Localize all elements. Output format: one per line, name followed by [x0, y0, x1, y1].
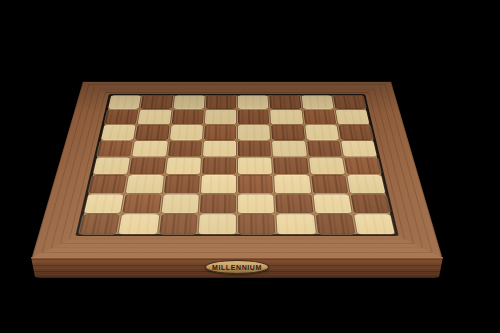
square-e7: [238, 110, 269, 124]
square-d3: [201, 175, 236, 193]
scene: MILLENNIUM: [0, 0, 500, 333]
square-f6: [271, 125, 304, 140]
square-c7: [171, 110, 203, 124]
square-g8: [301, 95, 333, 108]
square-f4: [273, 157, 308, 174]
brand-badge-text: MILLENNIUM: [212, 264, 262, 270]
square-d4: [202, 157, 236, 174]
board-grid: [79, 95, 395, 234]
square-h5: [341, 141, 377, 157]
brand-badge: MILLENNIUM: [205, 260, 269, 274]
square-f5: [272, 141, 306, 157]
chess-board: [32, 82, 442, 258]
square-g7: [303, 110, 336, 124]
square-a3: [89, 175, 127, 193]
square-d7: [205, 110, 236, 124]
square-b1: [119, 214, 159, 234]
square-d6: [204, 125, 236, 140]
square-b3: [126, 175, 163, 193]
square-a7: [105, 110, 139, 124]
square-f7: [270, 110, 302, 124]
square-c8: [173, 95, 204, 108]
square-h6: [338, 125, 373, 140]
chess-board-3d: [32, 82, 442, 258]
square-a8: [108, 95, 141, 108]
square-a1: [79, 214, 120, 234]
square-g1: [315, 214, 355, 234]
square-h2: [350, 194, 390, 213]
square-e5: [238, 141, 271, 157]
square-e1: [238, 214, 276, 234]
board-frame-bottom: [32, 234, 442, 257]
square-f3: [274, 175, 310, 193]
square-c4: [166, 157, 201, 174]
board-front-edge: MILLENNIUM: [31, 257, 443, 278]
square-b2: [123, 194, 162, 213]
square-b5: [132, 141, 167, 157]
square-h3: [347, 175, 385, 193]
square-g6: [305, 125, 339, 140]
square-a4: [93, 157, 130, 174]
square-g3: [311, 175, 348, 193]
square-f2: [275, 194, 312, 213]
square-g5: [307, 141, 342, 157]
square-f1: [277, 214, 316, 234]
square-d2: [200, 194, 236, 213]
square-h1: [354, 214, 395, 234]
square-b6: [135, 125, 169, 140]
square-a5: [97, 141, 133, 157]
square-c6: [169, 125, 202, 140]
square-d8: [205, 95, 236, 108]
square-a2: [84, 194, 124, 213]
square-e8: [238, 95, 269, 108]
square-c1: [159, 214, 198, 234]
square-a6: [101, 125, 136, 140]
square-d5: [203, 141, 236, 157]
square-e4: [238, 157, 272, 174]
square-c2: [161, 194, 198, 213]
square-e2: [238, 194, 274, 213]
square-h4: [344, 157, 381, 174]
square-e3: [238, 175, 273, 193]
square-b7: [138, 110, 171, 124]
square-b4: [129, 157, 165, 174]
square-c3: [163, 175, 199, 193]
square-c5: [168, 141, 202, 157]
square-h8: [333, 95, 366, 108]
square-b8: [141, 95, 173, 108]
square-h7: [335, 110, 369, 124]
square-d1: [198, 214, 236, 234]
square-f8: [270, 95, 301, 108]
square-e6: [238, 125, 270, 140]
square-g4: [309, 157, 345, 174]
square-g2: [313, 194, 352, 213]
